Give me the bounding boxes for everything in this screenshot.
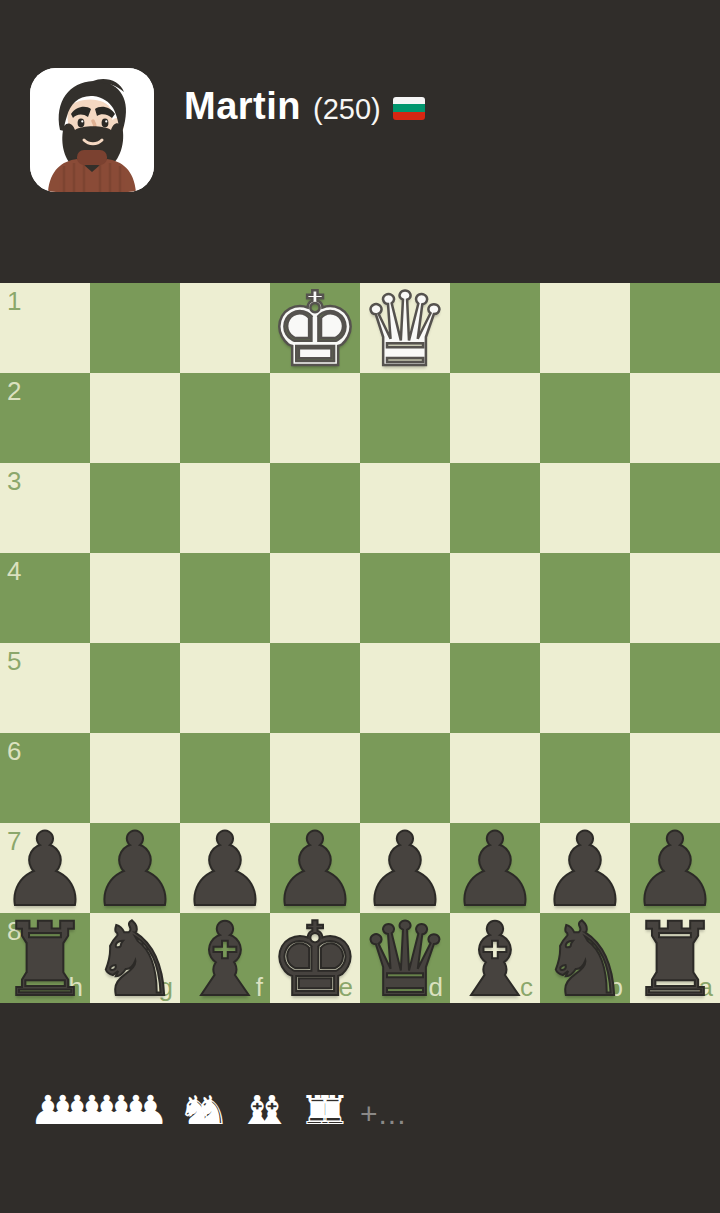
square-d2[interactable] <box>360 373 450 463</box>
square-e8[interactable]: e♚ <box>270 913 360 1003</box>
square-h8[interactable]: 8h♜ <box>0 913 90 1003</box>
square-e4[interactable] <box>270 553 360 643</box>
player-name: Martin <box>184 84 301 128</box>
rank-label-6: 6 <box>7 738 21 764</box>
square-h5[interactable]: 5 <box>0 643 90 733</box>
white-queen[interactable]: ♛ <box>359 279 450 381</box>
square-h4[interactable]: 4 <box>0 553 90 643</box>
square-a3[interactable] <box>630 463 720 553</box>
square-e5[interactable] <box>270 643 360 733</box>
square-a5[interactable] <box>630 643 720 733</box>
captured-white-bishops: ♝♝ <box>239 1088 268 1132</box>
captured-white-rooks: ♜♜ <box>300 1088 329 1132</box>
square-c4[interactable] <box>450 553 540 643</box>
square-e3[interactable] <box>270 463 360 553</box>
square-b5[interactable] <box>540 643 630 733</box>
black-knight[interactable]: ♞ <box>89 909 180 1011</box>
square-c3[interactable] <box>450 463 540 553</box>
square-e1[interactable]: ♚ <box>270 283 360 373</box>
rank-label-2: 2 <box>7 378 21 404</box>
player-avatar[interactable] <box>30 68 154 192</box>
square-c5[interactable] <box>450 643 540 733</box>
black-knight[interactable]: ♞ <box>539 909 630 1011</box>
captured-white-pawns: ♟♟♟♟♟♟♟♟ <box>30 1088 147 1132</box>
square-f3[interactable] <box>180 463 270 553</box>
flag-stripe-white <box>393 97 425 105</box>
square-c2[interactable] <box>450 373 540 463</box>
square-d8[interactable]: d♛ <box>360 913 450 1003</box>
flag-stripe-red <box>393 112 425 120</box>
black-queen[interactable]: ♛ <box>359 909 450 1011</box>
rank-label-1: 1 <box>7 288 21 314</box>
martin-avatar-illustration <box>30 68 154 192</box>
square-d3[interactable] <box>360 463 450 553</box>
player-name-row: Martin (250) <box>184 84 425 128</box>
bulgaria-flag-icon <box>393 97 425 120</box>
black-bishop[interactable]: ♝ <box>449 909 540 1011</box>
app-background: { "game": "chess", "header": { "player":… <box>0 0 720 1213</box>
chess-board: 1♚♛234567♟♟♟♟♟♟♟♟8h♜g♞f♝e♚d♛c♝b♞a♜ <box>0 283 720 1003</box>
black-bishop[interactable]: ♝ <box>179 909 270 1011</box>
square-f4[interactable] <box>180 553 270 643</box>
square-a2[interactable] <box>630 373 720 463</box>
square-f1[interactable] <box>180 283 270 373</box>
player-header: Martin (250) <box>0 0 720 283</box>
square-a4[interactable] <box>630 553 720 643</box>
square-f2[interactable] <box>180 373 270 463</box>
square-a1[interactable] <box>630 283 720 373</box>
square-g4[interactable] <box>90 553 180 643</box>
flag-stripe-green <box>393 104 425 112</box>
square-a8[interactable]: a♜ <box>630 913 720 1003</box>
square-b8[interactable]: b♞ <box>540 913 630 1003</box>
square-h3[interactable]: 3 <box>0 463 90 553</box>
rank-label-5: 5 <box>7 648 21 674</box>
captured-white-knights: ♞♞ <box>178 1088 207 1132</box>
square-f8[interactable]: f♝ <box>180 913 270 1003</box>
square-d4[interactable] <box>360 553 450 643</box>
square-b3[interactable] <box>540 463 630 553</box>
square-b2[interactable] <box>540 373 630 463</box>
square-h1[interactable]: 1 <box>0 283 90 373</box>
square-h2[interactable]: 2 <box>0 373 90 463</box>
square-c8[interactable]: c♝ <box>450 913 540 1003</box>
square-g2[interactable] <box>90 373 180 463</box>
material-advantage-label: +... <box>360 1092 407 1136</box>
square-g8[interactable]: g♞ <box>90 913 180 1003</box>
square-d5[interactable] <box>360 643 450 733</box>
square-f5[interactable] <box>180 643 270 733</box>
player-rating: (250) <box>313 93 381 126</box>
black-king[interactable]: ♚ <box>269 909 360 1011</box>
square-b1[interactable] <box>540 283 630 373</box>
square-g5[interactable] <box>90 643 180 733</box>
black-rook[interactable]: ♜ <box>629 909 720 1011</box>
square-c1[interactable] <box>450 283 540 373</box>
square-g3[interactable] <box>90 463 180 553</box>
square-b4[interactable] <box>540 553 630 643</box>
square-e2[interactable] <box>270 373 360 463</box>
black-rook[interactable]: ♜ <box>0 909 91 1011</box>
white-king[interactable]: ♚ <box>269 279 360 381</box>
rank-label-4: 4 <box>7 558 21 584</box>
square-g1[interactable] <box>90 283 180 373</box>
square-d1[interactable]: ♛ <box>360 283 450 373</box>
rank-label-3: 3 <box>7 468 21 494</box>
captured-pieces-tray: ♟♟♟♟♟♟♟♟♞♞♝♝♜♜+... <box>30 1088 407 1132</box>
